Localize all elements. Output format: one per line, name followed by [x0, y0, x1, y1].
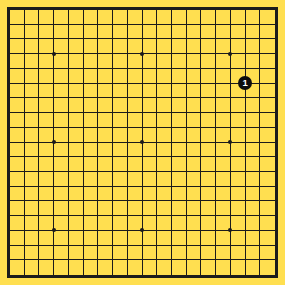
board-cell: [143, 260, 158, 275]
board-cell: [216, 54, 231, 69]
board-cell: [157, 69, 172, 84]
board-cell: [113, 128, 128, 143]
board-cell: [172, 187, 187, 202]
board-cell: [187, 216, 202, 231]
board-cell: [113, 98, 128, 113]
board-cell: [54, 54, 69, 69]
board-cell: [39, 69, 54, 84]
board-cell: [128, 25, 143, 40]
board-cell: [216, 201, 231, 216]
board-cell: [216, 10, 231, 25]
board-cell: [39, 54, 54, 69]
board-cell: [187, 231, 202, 246]
board-cell: [10, 187, 25, 202]
board-cell: [157, 84, 172, 99]
board-cell: [187, 143, 202, 158]
board-cell: [84, 260, 99, 275]
board-cell: [25, 246, 40, 261]
board-cell: [187, 157, 202, 172]
board-cell: [98, 84, 113, 99]
board-cell: [84, 98, 99, 113]
board-cell: [246, 216, 261, 231]
board-cell: [69, 10, 84, 25]
board-cell: [25, 98, 40, 113]
board-cell: [98, 201, 113, 216]
board-cell: [157, 157, 172, 172]
board-cell: [10, 246, 25, 261]
board-cell: [201, 216, 216, 231]
board-cell: [172, 231, 187, 246]
board-cell: [113, 246, 128, 261]
board-cell: [260, 172, 275, 187]
board-cell: [25, 25, 40, 40]
board-cell: [113, 172, 128, 187]
board-cell: [260, 260, 275, 275]
board-cell: [69, 113, 84, 128]
go-board: 1: [7, 7, 278, 278]
board-cell: [172, 128, 187, 143]
board-cell: [201, 260, 216, 275]
board-cell: [128, 143, 143, 158]
board-cell: [172, 84, 187, 99]
board-cell: [39, 10, 54, 25]
board-cell: [231, 216, 246, 231]
board-cell: [69, 187, 84, 202]
board-cell: [25, 216, 40, 231]
board-cell: [54, 69, 69, 84]
board-cell: [216, 260, 231, 275]
board-cell: [246, 69, 261, 84]
board-cell: [172, 98, 187, 113]
board-cell: [187, 54, 202, 69]
board-cell: [172, 25, 187, 40]
board-cell: [54, 216, 69, 231]
board-cell: [157, 216, 172, 231]
board-cell: [84, 201, 99, 216]
board-cell: [260, 201, 275, 216]
board-cell: [10, 172, 25, 187]
board-cell: [246, 246, 261, 261]
board-cell: [143, 201, 158, 216]
board-cell: [128, 84, 143, 99]
board-cell: [201, 113, 216, 128]
board-cell: [143, 10, 158, 25]
board-cell: [69, 69, 84, 84]
board-cell: [201, 246, 216, 261]
board-cell: [157, 172, 172, 187]
board-cell: [98, 187, 113, 202]
board-cell: [54, 98, 69, 113]
board-cell: [39, 201, 54, 216]
board-cell: [260, 69, 275, 84]
board-cell: [172, 143, 187, 158]
board-cell: [69, 201, 84, 216]
board-cell: [25, 187, 40, 202]
board-cell: [231, 54, 246, 69]
board-cell: [172, 260, 187, 275]
board-cell: [10, 201, 25, 216]
board-cell: [98, 39, 113, 54]
board-cell: [69, 98, 84, 113]
board-cell: [128, 216, 143, 231]
board-cell: [246, 25, 261, 40]
board-cell: [54, 231, 69, 246]
board-grid: [10, 10, 275, 275]
board-cell: [128, 260, 143, 275]
board-cell: [231, 113, 246, 128]
board-cell: [54, 201, 69, 216]
board-cell: [187, 260, 202, 275]
board-cell: [157, 231, 172, 246]
board-cell: [216, 128, 231, 143]
board-cell: [84, 157, 99, 172]
board-cell: [54, 25, 69, 40]
board-cell: [216, 216, 231, 231]
board-cell: [128, 69, 143, 84]
board-cell: [39, 216, 54, 231]
board-cell: [172, 113, 187, 128]
board-cell: [128, 39, 143, 54]
board-cell: [113, 231, 128, 246]
board-cell: [201, 25, 216, 40]
board-cell: [246, 54, 261, 69]
board-cell: [157, 260, 172, 275]
board-cell: [246, 128, 261, 143]
board-cell: [260, 25, 275, 40]
board-cell: [25, 54, 40, 69]
board-cell: [246, 157, 261, 172]
board-cell: [39, 128, 54, 143]
board-cell: [201, 187, 216, 202]
board-cell: [157, 10, 172, 25]
board-cell: [69, 216, 84, 231]
board-cell: [25, 260, 40, 275]
board-cell: [157, 25, 172, 40]
board-cell: [113, 216, 128, 231]
board-cell: [39, 113, 54, 128]
board-cell: [69, 157, 84, 172]
board-cell: [216, 39, 231, 54]
board-cell: [187, 69, 202, 84]
board-cell: [157, 187, 172, 202]
board-cell: [216, 69, 231, 84]
board-cell: [201, 39, 216, 54]
board-cell: [98, 69, 113, 84]
board-cell: [84, 143, 99, 158]
board-cell: [84, 10, 99, 25]
board-cell: [260, 84, 275, 99]
board-cell: [69, 54, 84, 69]
board-cell: [113, 69, 128, 84]
board-cell: [143, 231, 158, 246]
board-cell: [54, 187, 69, 202]
board-cell: [84, 172, 99, 187]
board-cell: [246, 39, 261, 54]
board-cell: [69, 143, 84, 158]
board-cell: [39, 260, 54, 275]
board-cell: [54, 260, 69, 275]
board-cell: [113, 113, 128, 128]
board-cell: [143, 98, 158, 113]
board-cell: [39, 157, 54, 172]
board-cell: [10, 98, 25, 113]
board-cell: [113, 39, 128, 54]
board-cell: [10, 216, 25, 231]
board-cell: [187, 201, 202, 216]
board-cell: [143, 216, 158, 231]
board-cell: [10, 10, 25, 25]
board-cell: [69, 172, 84, 187]
board-cell: [98, 113, 113, 128]
board-cell: [187, 10, 202, 25]
board-cell: [157, 246, 172, 261]
board-cell: [143, 128, 158, 143]
board-cell: [246, 84, 261, 99]
board-cell: [260, 128, 275, 143]
board-cell: [231, 231, 246, 246]
board-cell: [25, 157, 40, 172]
board-cell: [128, 128, 143, 143]
board-cell: [98, 172, 113, 187]
board-cell: [10, 231, 25, 246]
board-cell: [39, 98, 54, 113]
board-cell: [231, 84, 246, 99]
board-cell: [143, 54, 158, 69]
board-cell: [260, 246, 275, 261]
board-cell: [246, 98, 261, 113]
board-cell: [157, 128, 172, 143]
board-cell: [201, 157, 216, 172]
board-cell: [84, 84, 99, 99]
board-cell: [187, 187, 202, 202]
board-cell: [216, 172, 231, 187]
board-cell: [113, 25, 128, 40]
board-cell: [143, 84, 158, 99]
board-cell: [39, 84, 54, 99]
board-cell: [39, 39, 54, 54]
board-cell: [98, 231, 113, 246]
board-cell: [187, 172, 202, 187]
board-cell: [231, 260, 246, 275]
board-cell: [246, 187, 261, 202]
board-cell: [128, 172, 143, 187]
board-cell: [84, 246, 99, 261]
board-cell: [128, 113, 143, 128]
board-cell: [201, 10, 216, 25]
board-cell: [10, 128, 25, 143]
board-cell: [201, 98, 216, 113]
board-cell: [39, 187, 54, 202]
board-cell: [246, 172, 261, 187]
board-cell: [260, 54, 275, 69]
board-cell: [201, 84, 216, 99]
board-cell: [246, 231, 261, 246]
board-cell: [187, 246, 202, 261]
board-cell: [143, 246, 158, 261]
board-cell: [128, 187, 143, 202]
board-cell: [54, 39, 69, 54]
board-cell: [231, 39, 246, 54]
board-cell: [172, 69, 187, 84]
board-cell: [98, 143, 113, 158]
board-cell: [216, 84, 231, 99]
board-cell: [216, 25, 231, 40]
board-cell: [157, 98, 172, 113]
board-cell: [143, 39, 158, 54]
board-cell: [216, 231, 231, 246]
board-cell: [143, 187, 158, 202]
board-cell: [246, 260, 261, 275]
board-cell: [172, 246, 187, 261]
board-cell: [113, 54, 128, 69]
board-cell: [10, 157, 25, 172]
board-cell: [128, 157, 143, 172]
board-cell: [25, 172, 40, 187]
board-cell: [113, 84, 128, 99]
board-cell: [201, 143, 216, 158]
board-cell: [187, 25, 202, 40]
board-cell: [10, 25, 25, 40]
board-cell: [157, 143, 172, 158]
board-cell: [128, 201, 143, 216]
board-cell: [128, 246, 143, 261]
board-cell: [143, 157, 158, 172]
board-cell: [216, 98, 231, 113]
board-cell: [54, 128, 69, 143]
board-cell: [25, 113, 40, 128]
board-cell: [172, 39, 187, 54]
board-cell: [54, 246, 69, 261]
board-cell: [260, 98, 275, 113]
board-cell: [10, 84, 25, 99]
board-cell: [216, 187, 231, 202]
board-cell: [260, 39, 275, 54]
board-cell: [260, 216, 275, 231]
board-cell: [54, 113, 69, 128]
board-cell: [216, 143, 231, 158]
board-cell: [143, 172, 158, 187]
board-cell: [157, 39, 172, 54]
board-cell: [69, 260, 84, 275]
board-cell: [231, 187, 246, 202]
board-cell: [113, 201, 128, 216]
board-cell: [39, 231, 54, 246]
board-cell: [25, 84, 40, 99]
board-cell: [10, 69, 25, 84]
board-cell: [39, 172, 54, 187]
board-cell: [260, 113, 275, 128]
board-cell: [25, 143, 40, 158]
board-cell: [84, 113, 99, 128]
board-cell: [246, 201, 261, 216]
board-cell: [69, 84, 84, 99]
board-cell: [143, 25, 158, 40]
board-cell: [98, 10, 113, 25]
board-cell: [143, 69, 158, 84]
board-cell: [39, 246, 54, 261]
board-cell: [98, 54, 113, 69]
board-cell: [172, 10, 187, 25]
board-cell: [201, 69, 216, 84]
board-cell: [231, 201, 246, 216]
board-cell: [187, 98, 202, 113]
board-cell: [98, 128, 113, 143]
board-cell: [54, 172, 69, 187]
board-cell: [54, 143, 69, 158]
board-cell: [231, 69, 246, 84]
board-cell: [84, 69, 99, 84]
board-cell: [246, 10, 261, 25]
board-cell: [84, 231, 99, 246]
board-cell: [10, 113, 25, 128]
board-cell: [187, 113, 202, 128]
board-cell: [39, 143, 54, 158]
board-cell: [231, 128, 246, 143]
board-cell: [69, 231, 84, 246]
board-cell: [98, 98, 113, 113]
board-cell: [10, 260, 25, 275]
board-cell: [231, 172, 246, 187]
board-cell: [128, 10, 143, 25]
board-cell: [98, 157, 113, 172]
board-cell: [113, 10, 128, 25]
board-cell: [143, 113, 158, 128]
board-cell: [25, 39, 40, 54]
board-cell: [25, 10, 40, 25]
board-cell: [172, 172, 187, 187]
board-cell: [157, 54, 172, 69]
board-cell: [187, 84, 202, 99]
board-cell: [10, 39, 25, 54]
board-cell: [216, 246, 231, 261]
board-cell: [172, 54, 187, 69]
board-cell: [25, 128, 40, 143]
board-cell: [216, 157, 231, 172]
board-cell: [231, 25, 246, 40]
board-cell: [172, 216, 187, 231]
board-cell: [246, 143, 261, 158]
board-cell: [39, 25, 54, 40]
board-cell: [201, 231, 216, 246]
board-cell: [113, 143, 128, 158]
board-cell: [172, 201, 187, 216]
board-cell: [25, 201, 40, 216]
board-cell: [187, 128, 202, 143]
board-cell: [157, 201, 172, 216]
board-cell: [260, 187, 275, 202]
board-cell: [10, 143, 25, 158]
board-cell: [246, 113, 261, 128]
board-cell: [84, 54, 99, 69]
go-diagram-page: 1: [0, 0, 285, 285]
board-cell: [187, 39, 202, 54]
board-cell: [69, 246, 84, 261]
board-cell: [260, 231, 275, 246]
board-cell: [143, 143, 158, 158]
board-cell: [54, 157, 69, 172]
board-cell: [98, 260, 113, 275]
board-cell: [201, 54, 216, 69]
board-cell: [84, 216, 99, 231]
board-cell: [25, 231, 40, 246]
board-cell: [231, 143, 246, 158]
board-cell: [128, 98, 143, 113]
board-cell: [231, 157, 246, 172]
board-cell: [54, 10, 69, 25]
board-cell: [201, 128, 216, 143]
board-cell: [84, 25, 99, 40]
board-cell: [54, 84, 69, 99]
